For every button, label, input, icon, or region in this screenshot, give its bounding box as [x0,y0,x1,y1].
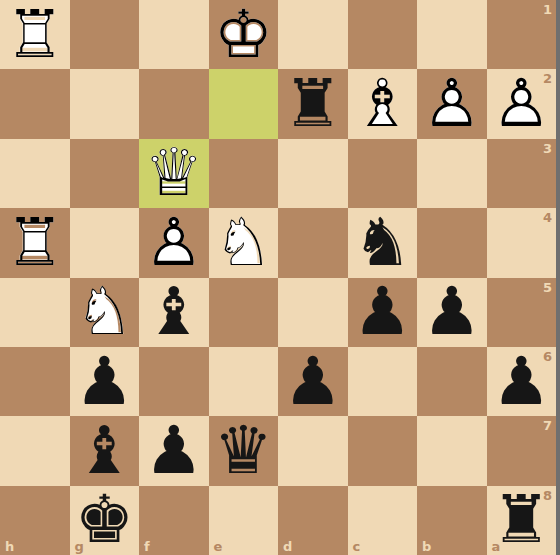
square-f8[interactable]: f [139,486,209,555]
white-queen-icon: ♛ [144,140,203,206]
white-queen-outline-icon: ♕ [144,140,203,206]
square-f1[interactable] [139,0,209,69]
square-a5[interactable]: 5 [487,278,557,347]
piece-black-king-g8[interactable]: ♚ [70,486,140,555]
piece-white-knight-e4[interactable]: ♞♘ [209,208,279,277]
square-f3[interactable]: ♛♕ [139,139,209,208]
square-d1[interactable] [278,0,348,69]
rank-label-3: 3 [543,141,552,156]
square-d3[interactable] [278,139,348,208]
chess-board: ♜♖♚♔1♜♝♗♟♙2♟♙♛♕3♜♖♟♙♞♘♞4♞♘♝♟♟5♟♟6♟♝♟♛7hg… [0,0,556,555]
black-king-icon: ♚ [75,487,134,553]
white-rook-outline-icon: ♖ [5,210,64,276]
square-d7[interactable] [278,416,348,485]
square-a1[interactable]: 1 [487,0,557,69]
square-d8[interactable]: d [278,486,348,555]
piece-white-pawn-f4[interactable]: ♟♙ [139,208,209,277]
black-pawn-icon: ♟ [283,349,342,415]
white-pawn-outline-icon: ♙ [144,210,203,276]
square-a7[interactable]: 7 [487,416,557,485]
square-h1[interactable]: ♜♖ [0,0,70,69]
black-pawn-icon: ♟ [353,279,412,345]
square-d6[interactable]: ♟ [278,347,348,416]
white-king-icon: ♚ [214,2,273,68]
white-bishop-outline-icon: ♗ [353,71,412,137]
piece-black-pawn-c5[interactable]: ♟ [348,278,418,347]
white-rook-outline-icon: ♖ [5,2,64,68]
piece-white-king-e1[interactable]: ♚♔ [209,0,279,69]
piece-white-rook-h1[interactable]: ♜♖ [0,0,70,69]
white-bishop-icon: ♝ [353,71,412,137]
black-pawn-icon: ♟ [144,418,203,484]
square-a3[interactable]: 3 [487,139,557,208]
square-h7[interactable] [0,416,70,485]
square-e8[interactable]: e [209,486,279,555]
square-b3[interactable] [417,139,487,208]
white-knight-outline-icon: ♘ [75,279,134,345]
square-e5[interactable] [209,278,279,347]
file-label-b: b [422,539,431,554]
rank-label-4: 4 [543,210,552,225]
square-b7[interactable] [417,416,487,485]
black-bishop-icon: ♝ [144,279,203,345]
piece-white-bishop-c2[interactable]: ♝♗ [348,69,418,138]
square-a2[interactable]: 2♟♙ [487,69,557,138]
white-king-outline-icon: ♔ [214,2,273,68]
black-pawn-icon: ♟ [75,349,134,415]
right-edge-strip [556,0,560,555]
file-label-h: h [5,539,14,554]
white-rook-icon: ♜ [5,2,64,68]
piece-white-knight-g5[interactable]: ♞♘ [70,278,140,347]
black-rook-icon: ♜ [492,487,551,553]
square-b5[interactable]: ♟ [417,278,487,347]
piece-white-pawn-b2[interactable]: ♟♙ [417,69,487,138]
square-g6[interactable]: ♟ [70,347,140,416]
square-h3[interactable] [0,139,70,208]
square-d2[interactable]: ♜ [278,69,348,138]
file-label-e: e [214,539,223,554]
black-pawn-icon: ♟ [422,279,481,345]
piece-white-rook-h4[interactable]: ♜♖ [0,208,70,277]
square-f7[interactable]: ♟ [139,416,209,485]
square-c4[interactable]: ♞ [348,208,418,277]
square-c8[interactable]: c [348,486,418,555]
white-pawn-outline-icon: ♙ [492,71,551,137]
file-label-f: f [144,539,150,554]
square-c5[interactable]: ♟ [348,278,418,347]
piece-black-pawn-d6[interactable]: ♟ [278,347,348,416]
black-rook-icon: ♜ [283,71,342,137]
piece-black-pawn-g6[interactable]: ♟ [70,347,140,416]
square-e4[interactable]: ♞♘ [209,208,279,277]
rank-label-1: 1 [543,2,552,17]
square-c1[interactable] [348,0,418,69]
piece-black-rook-d2[interactable]: ♜ [278,69,348,138]
square-c2[interactable]: ♝♗ [348,69,418,138]
square-c6[interactable] [348,347,418,416]
square-e7[interactable]: ♛ [209,416,279,485]
square-b8[interactable]: b [417,486,487,555]
square-g4[interactable] [70,208,140,277]
square-d5[interactable] [278,278,348,347]
square-f6[interactable] [139,347,209,416]
square-h8[interactable]: h [0,486,70,555]
square-e2[interactable] [209,69,279,138]
piece-black-rook-a8[interactable]: ♜ [487,486,557,555]
white-pawn-icon: ♟ [144,210,203,276]
square-g2[interactable] [70,69,140,138]
piece-black-bishop-g7[interactable]: ♝ [70,416,140,485]
square-b1[interactable] [417,0,487,69]
rank-label-5: 5 [543,280,552,295]
piece-white-queen-f3[interactable]: ♛♕ [139,139,209,208]
square-h5[interactable] [0,278,70,347]
square-g3[interactable] [70,139,140,208]
black-bishop-icon: ♝ [75,418,134,484]
square-e6[interactable] [209,347,279,416]
square-c7[interactable] [348,416,418,485]
white-knight-outline-icon: ♘ [214,210,273,276]
piece-black-pawn-a6[interactable]: ♟ [487,347,557,416]
rank-label-7: 7 [543,418,552,433]
square-g5[interactable]: ♞♘ [70,278,140,347]
square-h6[interactable] [0,347,70,416]
square-g7[interactable]: ♝ [70,416,140,485]
white-rook-icon: ♜ [5,210,64,276]
square-d4[interactable] [278,208,348,277]
square-b4[interactable] [417,208,487,277]
file-label-c: c [353,539,361,554]
square-b6[interactable] [417,347,487,416]
square-a4[interactable]: 4 [487,208,557,277]
square-e1[interactable]: ♚♔ [209,0,279,69]
square-f4[interactable]: ♟♙ [139,208,209,277]
piece-white-pawn-a2[interactable]: ♟♙ [487,69,557,138]
square-e3[interactable] [209,139,279,208]
white-knight-icon: ♞ [75,279,134,345]
square-c3[interactable] [348,139,418,208]
white-knight-icon: ♞ [214,210,273,276]
white-pawn-icon: ♟ [422,71,481,137]
black-pawn-icon: ♟ [492,349,551,415]
square-f5[interactable]: ♝ [139,278,209,347]
chess-app: ♜♖♚♔1♜♝♗♟♙2♟♙♛♕3♜♖♟♙♞♘♞4♞♘♝♟♟5♟♟6♟♝♟♛7hg… [0,0,560,555]
square-f2[interactable] [139,69,209,138]
black-queen-icon: ♛ [214,418,273,484]
square-a8[interactable]: 8a♜ [487,486,557,555]
square-b2[interactable]: ♟♙ [417,69,487,138]
black-knight-icon: ♞ [353,210,412,276]
piece-black-bishop-f5[interactable]: ♝ [139,278,209,347]
white-pawn-outline-icon: ♙ [422,71,481,137]
white-pawn-icon: ♟ [492,71,551,137]
piece-black-pawn-f7[interactable]: ♟ [139,416,209,485]
file-label-d: d [283,539,292,554]
piece-black-pawn-b5[interactable]: ♟ [417,278,487,347]
square-g1[interactable] [70,0,140,69]
square-h4[interactable]: ♜♖ [0,208,70,277]
square-h2[interactable] [0,69,70,138]
square-a6[interactable]: 6♟ [487,347,557,416]
piece-black-knight-c4[interactable]: ♞ [348,208,418,277]
square-g8[interactable]: g♚ [70,486,140,555]
piece-black-queen-e7[interactable]: ♛ [209,416,279,485]
